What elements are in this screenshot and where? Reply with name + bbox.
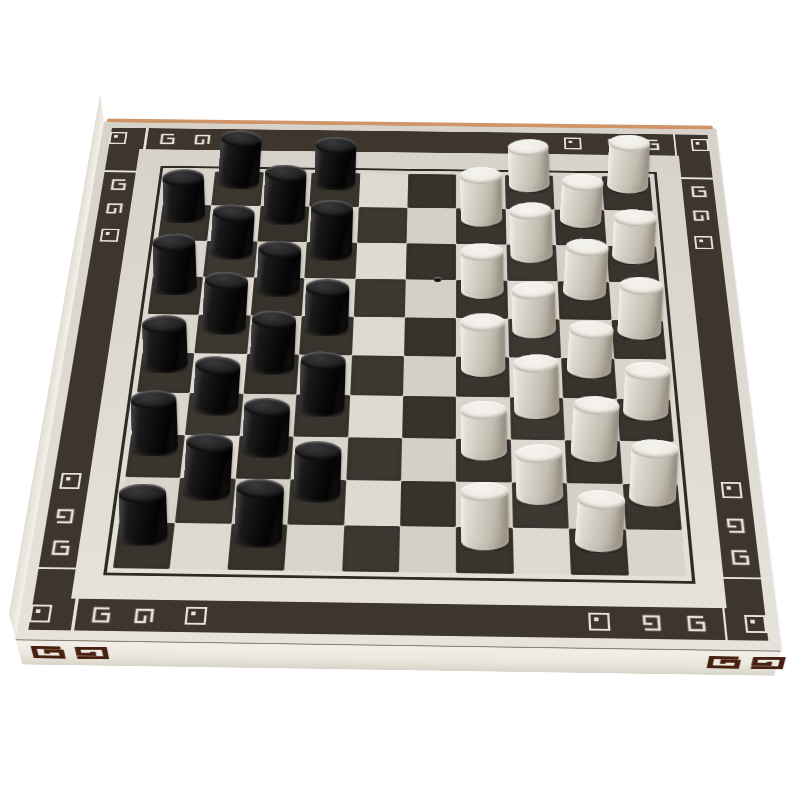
light-square-r10c4 <box>284 524 343 571</box>
meander-stamp-icon <box>704 655 788 671</box>
border-separator-line <box>723 577 761 580</box>
light-square-r10c8 <box>513 527 571 574</box>
greek-key-hook-icon <box>689 185 709 198</box>
border-corner-square-icon <box>108 132 127 144</box>
dark-square-r7c6 <box>402 396 456 438</box>
greek-key-hook-icon <box>725 517 748 535</box>
dark-square-r4c1 <box>148 276 204 314</box>
meander-stamp-icon <box>28 645 111 661</box>
white-piece <box>515 444 564 506</box>
border-square-icon <box>564 137 582 149</box>
greek-key-hook-icon <box>640 613 664 632</box>
black-piece <box>249 310 296 375</box>
border-corner-square-icon <box>691 139 710 151</box>
white-piece <box>459 313 505 377</box>
greek-key-hook-icon <box>157 133 177 146</box>
black-piece <box>234 478 285 548</box>
greek-key-hook-icon <box>642 138 661 151</box>
black-piece <box>142 315 188 374</box>
border-separator-line <box>143 128 148 149</box>
border-square-icon <box>59 473 82 489</box>
light-square-r4c6 <box>405 280 457 318</box>
dark-square-r6c5 <box>350 355 404 396</box>
border-separator-line <box>673 134 677 155</box>
white-piece <box>622 361 670 422</box>
greek-key-hook-icon <box>684 614 708 633</box>
dark-square-r9c6 <box>400 481 456 527</box>
dark-square-r2c9 <box>555 210 607 246</box>
light-square-r1c3 <box>260 172 311 207</box>
border-corner-square-icon <box>745 615 768 633</box>
dark-square-r1c2 <box>212 172 264 207</box>
border-square-icon <box>694 236 714 249</box>
piece-top <box>301 351 347 371</box>
greek-key-hook-icon <box>606 138 625 151</box>
dark-square-r5c6 <box>404 317 456 357</box>
light-square-r2c2 <box>208 206 261 242</box>
greek-key-border-right <box>679 156 765 609</box>
dark-square-r5c8 <box>508 318 561 358</box>
light-square-r4c8 <box>507 281 559 319</box>
greek-key-hook-icon <box>193 133 213 146</box>
greek-key-hook-icon <box>108 178 129 191</box>
light-square-r10c6 <box>399 526 456 573</box>
photo-background <box>0 0 800 791</box>
greek-key-hook-icon <box>132 606 157 625</box>
black-piece <box>130 389 178 456</box>
dark-square-r1c4 <box>309 173 360 208</box>
light-square-r8c6 <box>401 438 456 482</box>
black-piece <box>299 351 346 417</box>
dark-square-r1c6 <box>407 174 456 209</box>
white-piece <box>628 439 678 508</box>
dark-square-r2c3 <box>257 206 309 242</box>
white-piece <box>575 489 626 554</box>
border-separator-line <box>722 608 728 640</box>
dark-square-r2c7 <box>456 209 506 245</box>
greek-key-border-top <box>108 128 710 156</box>
light-square-r1c5 <box>358 173 408 208</box>
border-square-icon <box>589 613 611 631</box>
light-square-r2c6 <box>407 208 457 244</box>
light-square-r9c5 <box>344 480 401 526</box>
dark-square-r3c6 <box>406 243 457 280</box>
dark-square-r5c10 <box>611 320 666 360</box>
border-separator-line <box>71 599 79 631</box>
border-separator-line <box>38 567 75 570</box>
dark-square-r3c4 <box>305 242 357 279</box>
border-square-icon <box>100 229 120 242</box>
black-piece <box>182 432 233 502</box>
light-square-r3c7 <box>456 244 507 281</box>
black-piece <box>294 441 343 503</box>
greek-key-hook-icon <box>728 548 752 566</box>
light-square-r3c3 <box>254 241 307 278</box>
dark-square-r2c1 <box>158 205 212 241</box>
greek-key-hook-icon <box>53 508 77 526</box>
black-piece <box>242 397 291 459</box>
dark-square-r3c10 <box>606 246 659 283</box>
dark-square-r3c8 <box>506 244 558 281</box>
border-separator-line <box>105 170 136 172</box>
dark-square-r5c4 <box>299 316 353 356</box>
draughts-board <box>16 122 781 651</box>
dark-square-r1c10 <box>601 176 652 211</box>
light-square-r1c9 <box>553 176 604 211</box>
light-square-r4c2 <box>199 277 254 315</box>
dark-square-r2c5 <box>357 207 408 243</box>
border-separator-line <box>681 177 713 179</box>
greek-key-border-bottom <box>28 598 768 641</box>
light-square-r3c9 <box>556 245 608 282</box>
board-hole-blemish <box>434 277 442 282</box>
light-square-r4c4 <box>302 278 355 316</box>
greek-key-hook-icon <box>691 208 711 222</box>
dark-square-r8c5 <box>346 437 402 481</box>
light-square-r10c10 <box>625 529 686 576</box>
black-piece <box>192 355 241 416</box>
dark-square-r5c2 <box>195 314 251 353</box>
white-piece <box>460 400 507 460</box>
light-square-r1c1 <box>163 171 216 206</box>
border-corner-square-icon <box>28 605 52 623</box>
light-square-r7c5 <box>348 396 403 438</box>
dark-square-r4c5 <box>353 279 405 317</box>
black-piece <box>118 483 168 546</box>
dark-square-r1c8 <box>505 175 555 210</box>
greek-key-hook-icon <box>104 201 125 214</box>
light-square-r2c4 <box>307 207 358 243</box>
light-square-r1c7 <box>456 175 505 210</box>
dark-square-r4c9 <box>558 281 611 319</box>
white-piece <box>460 481 509 550</box>
greek-key-hook-icon <box>88 605 113 624</box>
white-piece <box>567 320 615 380</box>
border-square-icon <box>235 134 253 146</box>
border-square-icon <box>184 607 207 625</box>
white-piece <box>570 395 620 464</box>
light-square-r4c10 <box>609 282 663 320</box>
light-square-r2c8 <box>506 209 557 245</box>
light-square-r2c10 <box>604 210 656 246</box>
dark-square-r10c5 <box>342 525 400 572</box>
light-square-r10c2 <box>170 523 231 570</box>
white-piece <box>512 353 559 419</box>
border-square-icon <box>721 482 743 498</box>
light-square-r5c5 <box>352 316 405 356</box>
light-square-r6c6 <box>403 356 456 397</box>
board-far-edge <box>107 119 713 130</box>
dark-square-r3c2 <box>203 241 257 278</box>
light-square-r3c1 <box>153 240 208 277</box>
light-square-r3c5 <box>355 243 406 280</box>
greek-key-hook-icon <box>48 539 72 557</box>
